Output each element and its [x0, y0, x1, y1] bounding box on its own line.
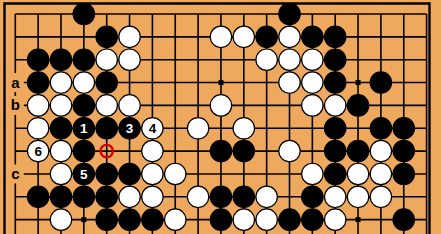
white-stone: [119, 26, 140, 47]
white-stone: [370, 186, 391, 207]
black-stone: [302, 209, 323, 230]
white-stone: [142, 163, 163, 184]
white-stone: [325, 209, 346, 230]
white-stone: [50, 95, 71, 116]
black-stone: [325, 140, 346, 161]
point-label-c: c: [11, 165, 19, 182]
white-stone: [279, 49, 300, 70]
move-number-6: 6: [34, 144, 42, 159]
black-stone: [96, 209, 117, 230]
black-stone: [393, 140, 414, 161]
white-stone: [302, 95, 323, 116]
black-stone: [210, 186, 231, 207]
black-stone: [393, 163, 414, 184]
black-stone: [256, 26, 277, 47]
white-stone: [165, 209, 186, 230]
white-stone: [187, 118, 208, 139]
black-stone: [393, 209, 414, 230]
point-label-b: b: [11, 96, 20, 113]
white-stone: [233, 26, 254, 47]
black-stone: [347, 140, 368, 161]
white-stone: [50, 140, 71, 161]
white-stone: [233, 118, 254, 139]
black-stone: [73, 49, 94, 70]
black-stone: [370, 72, 391, 93]
white-stone: [96, 49, 117, 70]
black-stone: [347, 95, 368, 116]
black-stone: [325, 26, 346, 47]
black-stone: [50, 118, 71, 139]
black-stone: [325, 163, 346, 184]
black-stone: [302, 26, 323, 47]
white-stone: [302, 72, 323, 93]
white-stone: [142, 186, 163, 207]
black-stone: [96, 186, 117, 207]
point-label-a: a: [11, 74, 20, 91]
white-stone: [256, 186, 277, 207]
black-stone: [210, 209, 231, 230]
white-stone: [279, 72, 300, 93]
black-stone: [73, 3, 94, 24]
black-stone: [73, 95, 94, 116]
black-stone: [96, 72, 117, 93]
black-stone: [302, 186, 323, 207]
white-stone: [325, 186, 346, 207]
star-point: [356, 217, 361, 222]
black-stone: [210, 140, 231, 161]
white-stone: [370, 140, 391, 161]
black-stone: [279, 3, 300, 24]
black-stone: [119, 209, 140, 230]
white-stone: [119, 186, 140, 207]
white-stone: [256, 49, 277, 70]
black-stone: [119, 163, 140, 184]
white-stone: [119, 95, 140, 116]
white-stone: [233, 209, 254, 230]
white-stone: [370, 163, 391, 184]
white-stone: [50, 72, 71, 93]
white-stone: [187, 186, 208, 207]
white-stone: [27, 118, 48, 139]
white-stone: [210, 95, 231, 116]
white-stone: [142, 140, 163, 161]
black-stone: [96, 26, 117, 47]
black-stone: [370, 118, 391, 139]
black-stone: [50, 49, 71, 70]
star-point: [81, 217, 86, 222]
star-point: [218, 80, 223, 85]
black-stone: [27, 49, 48, 70]
black-stone: [279, 209, 300, 230]
black-stone: [325, 72, 346, 93]
black-stone: [50, 186, 71, 207]
white-stone: [96, 95, 117, 116]
black-stone: [96, 163, 117, 184]
black-stone: [142, 209, 163, 230]
move-number-4: 4: [149, 121, 157, 136]
black-stone: [96, 118, 117, 139]
white-stone: [50, 209, 71, 230]
white-stone: [279, 26, 300, 47]
white-stone: [50, 163, 71, 184]
move-number-5: 5: [80, 167, 88, 182]
white-stone: [27, 95, 48, 116]
black-stone: [325, 118, 346, 139]
white-stone: [302, 163, 323, 184]
white-stone: [73, 72, 94, 93]
black-stone: [73, 140, 94, 161]
go-board-diagram: 13465abc: [0, 0, 441, 234]
black-stone: [233, 186, 254, 207]
move-number-1: 1: [80, 121, 88, 136]
white-stone: [279, 140, 300, 161]
black-stone: [27, 186, 48, 207]
white-stone: [325, 95, 346, 116]
black-stone: [325, 49, 346, 70]
black-stone: [27, 72, 48, 93]
white-stone: [347, 163, 368, 184]
white-stone: [210, 26, 231, 47]
black-stone: [73, 186, 94, 207]
white-stone: [302, 49, 323, 70]
white-stone: [165, 163, 186, 184]
black-stone: [233, 140, 254, 161]
white-stone: [347, 186, 368, 207]
white-stone: [119, 49, 140, 70]
white-stone: [256, 209, 277, 230]
move-number-3: 3: [126, 121, 134, 136]
go-board-svg: 13465abc: [0, 0, 441, 234]
black-stone: [393, 118, 414, 139]
star-point: [356, 80, 361, 85]
